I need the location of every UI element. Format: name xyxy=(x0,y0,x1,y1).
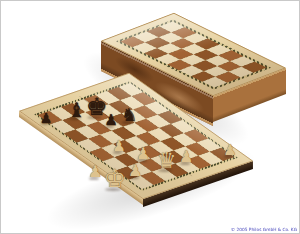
copyright-text: © 2005 Philos GmbH & Co. KG xyxy=(231,228,297,232)
white-pawn-shadow xyxy=(89,177,99,180)
product-photo-scene: ♟♝♚♟♞♟♟♛♟♟♟♚♟ © 2005 Philos GmbH & Co. K… xyxy=(0,0,300,234)
